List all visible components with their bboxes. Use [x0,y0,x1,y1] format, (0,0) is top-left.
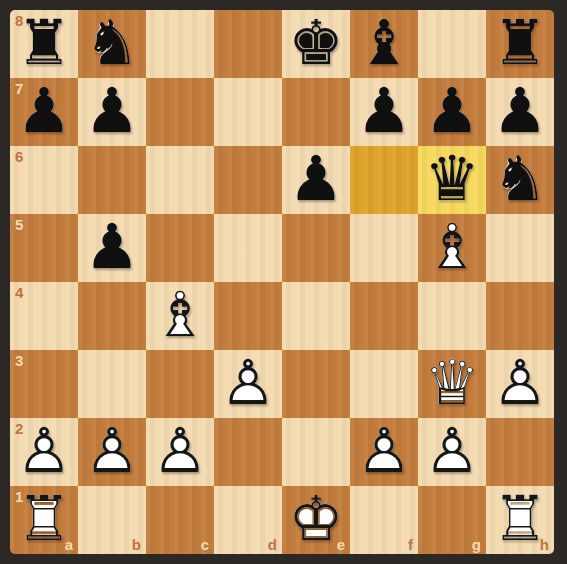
square-g4[interactable] [418,282,486,350]
black-knight[interactable]: ♘♞ [486,146,554,214]
square-e1[interactable]: e♚♔ [282,486,350,554]
white-bishop[interactable]: ♝♗ [146,282,214,350]
square-a2[interactable]: 2♟♙ [10,418,78,486]
square-g8[interactable] [418,10,486,78]
piece-glyph-over: ♝ [350,10,418,78]
square-f6[interactable] [350,146,418,214]
white-bishop[interactable]: ♝♗ [418,214,486,282]
piece-glyph-over: ♖ [486,486,554,554]
square-c6[interactable] [146,146,214,214]
square-a5[interactable]: 5 [10,214,78,282]
square-c5[interactable] [146,214,214,282]
piece-glyph-over: ♟ [78,214,146,282]
square-e3[interactable] [282,350,350,418]
piece-glyph-over: ♕ [418,350,486,418]
square-c2[interactable]: ♟♙ [146,418,214,486]
square-g3[interactable]: ♛♕ [418,350,486,418]
piece-glyph-over: ♙ [486,350,554,418]
square-f5[interactable] [350,214,418,282]
square-d1[interactable]: d [214,486,282,554]
rank-label-6: 6 [15,149,23,164]
piece-glyph-under: ♝ [146,282,214,350]
square-b2[interactable]: ♟♙ [78,418,146,486]
piece-glyph-under: ♚ [282,486,350,554]
square-b1[interactable]: b [78,486,146,554]
piece-glyph-over: ♟ [282,146,350,214]
square-d8[interactable] [214,10,282,78]
piece-glyph-over: ♙ [10,418,78,486]
square-e5[interactable] [282,214,350,282]
white-pawn[interactable]: ♟♙ [486,350,554,418]
piece-glyph-under: ♛ [418,350,486,418]
square-g6[interactable]: ♕♛ [418,146,486,214]
black-pawn[interactable]: ♙♟ [78,78,146,146]
piece-glyph-under: ♟ [214,350,282,418]
square-g5[interactable]: ♝♗ [418,214,486,282]
square-a3[interactable]: 3 [10,350,78,418]
piece-glyph-under: ♙ [78,78,146,146]
piece-glyph-over: ♙ [350,418,418,486]
piece-glyph-over: ♙ [78,418,146,486]
file-label-f: f [408,537,413,552]
piece-glyph-under: ♝ [418,214,486,282]
white-rook[interactable]: ♜♖ [10,486,78,554]
file-label-g: g [472,537,481,552]
square-d2[interactable] [214,418,282,486]
black-bishop[interactable]: ♗♝ [350,10,418,78]
white-pawn[interactable]: ♟♙ [78,418,146,486]
black-pawn[interactable]: ♙♟ [418,78,486,146]
square-a8[interactable]: 8♖♜ [10,10,78,78]
chess-board: 8♖♜♘♞♔♚♗♝♖♜7♙♟♙♟♙♟♙♟♙♟6♙♟♕♛♘♞5♙♟♝♗4♝♗3♟♙… [10,10,554,554]
piece-glyph-under: ♘ [78,10,146,78]
square-e4[interactable] [282,282,350,350]
square-a4[interactable]: 4 [10,282,78,350]
piece-glyph-under: ♗ [350,10,418,78]
square-f4[interactable] [350,282,418,350]
piece-glyph-over: ♙ [146,418,214,486]
piece-glyph-over: ♟ [350,78,418,146]
square-c4[interactable]: ♝♗ [146,282,214,350]
square-d5[interactable] [214,214,282,282]
square-b7[interactable]: ♙♟ [78,78,146,146]
square-h4[interactable] [486,282,554,350]
square-b3[interactable] [78,350,146,418]
piece-glyph-over: ♚ [282,10,350,78]
square-h5[interactable] [486,214,554,282]
piece-glyph-over: ♞ [486,146,554,214]
square-c3[interactable] [146,350,214,418]
square-g2[interactable]: ♟♙ [418,418,486,486]
piece-glyph-over: ♛ [418,146,486,214]
piece-glyph-over: ♞ [78,10,146,78]
square-h8[interactable]: ♖♜ [486,10,554,78]
piece-glyph-over: ♟ [486,78,554,146]
square-c7[interactable] [146,78,214,146]
rank-label-4: 4 [15,285,23,300]
black-pawn[interactable]: ♙♟ [350,78,418,146]
piece-glyph-under: ♟ [146,418,214,486]
white-queen[interactable]: ♛♕ [418,350,486,418]
piece-glyph-under: ♘ [486,146,554,214]
file-label-d: d [268,537,277,552]
square-h1[interactable]: h♜♖ [486,486,554,554]
square-a1[interactable]: 1a♜♖ [10,486,78,554]
piece-glyph-under: ♟ [350,418,418,486]
square-h7[interactable]: ♙♟ [486,78,554,146]
rank-label-3: 3 [15,353,23,368]
piece-glyph-under: ♖ [486,10,554,78]
square-e7[interactable] [282,78,350,146]
file-label-c: c [201,537,209,552]
square-a7[interactable]: 7♙♟ [10,78,78,146]
rank-label-5: 5 [15,217,23,232]
black-pawn[interactable]: ♙♟ [10,78,78,146]
square-a6[interactable]: 6 [10,146,78,214]
white-pawn[interactable]: ♟♙ [214,350,282,418]
piece-glyph-under: ♕ [418,146,486,214]
square-g1[interactable]: g [418,486,486,554]
black-queen[interactable]: ♕♛ [418,146,486,214]
square-f7[interactable]: ♙♟ [350,78,418,146]
file-label-b: b [132,537,141,552]
square-c8[interactable] [146,10,214,78]
piece-glyph-under: ♙ [10,78,78,146]
square-b4[interactable] [78,282,146,350]
black-pawn[interactable]: ♙♟ [78,214,146,282]
white-rook[interactable]: ♜♖ [486,486,554,554]
black-knight[interactable]: ♘♞ [78,10,146,78]
white-king[interactable]: ♚♔ [282,486,350,554]
square-e8[interactable]: ♔♚ [282,10,350,78]
piece-glyph-under: ♙ [282,146,350,214]
square-h2[interactable] [486,418,554,486]
piece-glyph-over: ♜ [486,10,554,78]
piece-glyph-over: ♟ [10,78,78,146]
piece-glyph-under: ♟ [418,418,486,486]
square-f2[interactable]: ♟♙ [350,418,418,486]
square-e2[interactable] [282,418,350,486]
square-d7[interactable] [214,78,282,146]
piece-glyph-under: ♙ [78,214,146,282]
square-e6[interactable]: ♙♟ [282,146,350,214]
piece-glyph-under: ♙ [418,78,486,146]
piece-glyph-over: ♔ [282,486,350,554]
piece-glyph-under: ♙ [350,78,418,146]
piece-glyph-over: ♗ [418,214,486,282]
square-b6[interactable] [78,146,146,214]
square-b5[interactable]: ♙♟ [78,214,146,282]
white-pawn[interactable]: ♟♙ [146,418,214,486]
white-pawn[interactable]: ♟♙ [10,418,78,486]
piece-glyph-under: ♟ [78,418,146,486]
square-h3[interactable]: ♟♙ [486,350,554,418]
square-c1[interactable]: c [146,486,214,554]
piece-glyph-under: ♔ [282,10,350,78]
square-g7[interactable]: ♙♟ [418,78,486,146]
piece-glyph-over: ♙ [418,418,486,486]
piece-glyph-over: ♙ [214,350,282,418]
square-f8[interactable]: ♗♝ [350,10,418,78]
piece-glyph-under: ♖ [10,10,78,78]
square-b8[interactable]: ♘♞ [78,10,146,78]
piece-glyph-over: ♗ [146,282,214,350]
piece-glyph-under: ♙ [486,78,554,146]
piece-glyph-under: ♜ [486,486,554,554]
piece-glyph-over: ♟ [418,78,486,146]
black-rook[interactable]: ♖♜ [486,10,554,78]
white-pawn[interactable]: ♟♙ [350,418,418,486]
black-pawn[interactable]: ♙♟ [486,78,554,146]
black-rook[interactable]: ♖♜ [10,10,78,78]
square-f3[interactable] [350,350,418,418]
square-f1[interactable]: f [350,486,418,554]
piece-glyph-under: ♟ [10,418,78,486]
black-pawn[interactable]: ♙♟ [282,146,350,214]
piece-glyph-over: ♖ [10,486,78,554]
piece-glyph-over: ♜ [10,10,78,78]
square-h6[interactable]: ♘♞ [486,146,554,214]
piece-glyph-under: ♟ [486,350,554,418]
square-d6[interactable] [214,146,282,214]
piece-glyph-under: ♜ [10,486,78,554]
square-d4[interactable] [214,282,282,350]
piece-glyph-over: ♟ [78,78,146,146]
page-background: { "game": "chess", "position": { "fen": … [0,0,567,564]
square-d3[interactable]: ♟♙ [214,350,282,418]
black-king[interactable]: ♔♚ [282,10,350,78]
white-pawn[interactable]: ♟♙ [418,418,486,486]
